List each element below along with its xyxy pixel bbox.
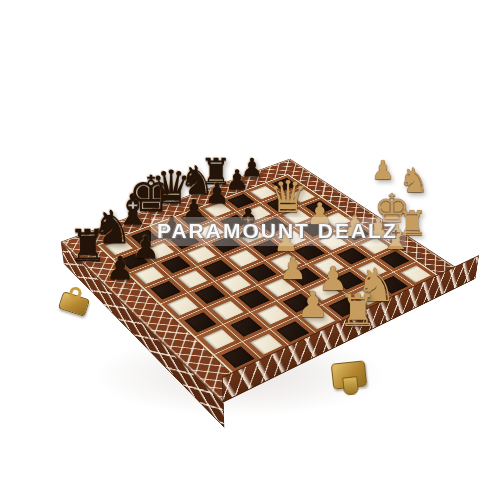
brass-hinge-tongue [342, 376, 359, 395]
square-inlay [212, 301, 244, 321]
white-pawn: ♟ [371, 157, 394, 183]
square-inlay [230, 317, 262, 337]
square-inlay [246, 264, 276, 282]
brass-clasp-left [58, 291, 90, 317]
square-inlay [150, 281, 181, 300]
board-square [251, 301, 295, 328]
board-square [215, 271, 257, 296]
board-square [224, 313, 269, 341]
board-square [206, 297, 250, 324]
square-inlay [119, 252, 148, 269]
square-inlay [134, 266, 164, 284]
square-inlay [314, 257, 344, 274]
board-square [129, 263, 170, 288]
board-square [161, 293, 204, 320]
board-square [277, 290, 321, 317]
square-inlay [238, 289, 269, 308]
board-square [197, 257, 238, 281]
board-square [196, 325, 242, 354]
square-inlay [184, 312, 216, 332]
white-knight: ♞ [399, 163, 429, 197]
square-inlay [283, 294, 315, 313]
board-square [188, 282, 231, 308]
brass-clasp-ring [68, 285, 83, 300]
board-square [240, 261, 282, 285]
square-inlay [177, 270, 207, 288]
brass-hinge-right [331, 360, 368, 389]
square-inlay [380, 251, 410, 268]
board-square [258, 275, 301, 301]
square-inlay [308, 282, 339, 301]
square-inlay [229, 250, 259, 267]
square-inlay [271, 254, 301, 271]
product-photo: ♜♞♝♚♛♞♜♟♟♟♟♟♟♟♝♛♟♞♚♜♝♟♟♟♞♜♟♟♟♟ PARAMOUNT… [0, 0, 500, 500]
board-square [144, 278, 186, 304]
square-inlay [220, 274, 251, 292]
board-square [283, 264, 325, 289]
square-inlay [257, 305, 289, 325]
square-inlay [289, 268, 320, 286]
square-inlay [357, 261, 388, 279]
square-inlay [161, 256, 191, 273]
watermark: PARAMOUNT DEALZ [151, 217, 406, 246]
board-square [178, 308, 222, 336]
board-square [171, 267, 213, 292]
board-square [327, 268, 370, 293]
square-inlay [203, 260, 233, 277]
square-inlay [264, 278, 295, 296]
board-square [232, 286, 275, 312]
square-inlay [333, 272, 364, 290]
square-inlay [187, 246, 216, 263]
board-square [351, 258, 393, 282]
square-inlay [194, 285, 225, 304]
board-square [302, 279, 345, 305]
square-inlay [167, 296, 198, 315]
square-inlay [202, 329, 235, 350]
